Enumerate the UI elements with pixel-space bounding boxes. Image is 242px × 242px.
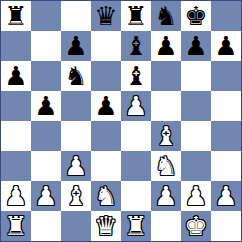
black-knight[interactable]: ♞ xyxy=(64,61,87,91)
square-h7[interactable]: ♟ xyxy=(211,31,241,61)
square-b6[interactable] xyxy=(31,61,61,91)
square-a8[interactable]: ♜ xyxy=(1,1,31,31)
square-a4[interactable] xyxy=(1,121,31,151)
square-d5[interactable]: ♟ xyxy=(91,91,121,121)
white-bishop[interactable]: ♝ xyxy=(154,121,177,151)
square-e3[interactable] xyxy=(121,151,151,181)
square-c1[interactable] xyxy=(61,211,91,241)
square-a3[interactable] xyxy=(1,151,31,181)
square-h8[interactable] xyxy=(211,1,241,31)
square-e5[interactable]: ♟ xyxy=(121,91,151,121)
white-rook[interactable]: ♜ xyxy=(4,211,27,241)
square-g8[interactable]: ♚ xyxy=(181,1,211,31)
square-c7[interactable]: ♟ xyxy=(61,31,91,61)
square-f8[interactable]: ♞ xyxy=(151,1,181,31)
square-d7[interactable] xyxy=(91,31,121,61)
square-b7[interactable] xyxy=(31,31,61,61)
white-pawn[interactable]: ♟ xyxy=(4,181,27,211)
black-king[interactable]: ♚ xyxy=(184,1,207,31)
square-b1[interactable] xyxy=(31,211,61,241)
white-bishop[interactable]: ♝ xyxy=(64,181,87,211)
square-e1[interactable]: ♜ xyxy=(121,211,151,241)
square-f5[interactable] xyxy=(151,91,181,121)
square-a5[interactable] xyxy=(1,91,31,121)
square-e8[interactable]: ♜ xyxy=(121,1,151,31)
black-pawn[interactable]: ♟ xyxy=(34,91,57,121)
white-knight[interactable]: ♞ xyxy=(94,181,117,211)
square-e2[interactable] xyxy=(121,181,151,211)
white-pawn[interactable]: ♟ xyxy=(154,181,177,211)
square-h6[interactable] xyxy=(211,61,241,91)
square-g3[interactable] xyxy=(181,151,211,181)
square-c6[interactable]: ♞ xyxy=(61,61,91,91)
square-d4[interactable] xyxy=(91,121,121,151)
white-pawn[interactable]: ♟ xyxy=(64,151,87,181)
chess-board: ♜♛♜♞♚♟♝♟♟♟♟♞♝♟♟♟♝♟♞♟♟♝♞♟♟♟♜♛♜♚ xyxy=(1,1,241,241)
white-pawn[interactable]: ♟ xyxy=(124,91,147,121)
square-g4[interactable] xyxy=(181,121,211,151)
square-e7[interactable]: ♝ xyxy=(121,31,151,61)
white-pawn[interactable]: ♟ xyxy=(184,181,207,211)
black-rook[interactable]: ♜ xyxy=(4,1,27,31)
square-f4[interactable]: ♝ xyxy=(151,121,181,151)
white-rook[interactable]: ♜ xyxy=(124,211,147,241)
square-c3[interactable]: ♟ xyxy=(61,151,91,181)
square-b8[interactable] xyxy=(31,1,61,31)
black-pawn[interactable]: ♟ xyxy=(94,91,117,121)
black-bishop[interactable]: ♝ xyxy=(124,61,147,91)
square-a1[interactable]: ♜ xyxy=(1,211,31,241)
square-d3[interactable] xyxy=(91,151,121,181)
square-f6[interactable] xyxy=(151,61,181,91)
black-queen[interactable]: ♛ xyxy=(94,1,117,31)
square-g7[interactable]: ♟ xyxy=(181,31,211,61)
white-queen[interactable]: ♛ xyxy=(94,211,117,241)
black-pawn[interactable]: ♟ xyxy=(214,31,237,61)
square-h1[interactable] xyxy=(211,211,241,241)
square-d6[interactable] xyxy=(91,61,121,91)
square-f1[interactable] xyxy=(151,211,181,241)
square-f3[interactable]: ♞ xyxy=(151,151,181,181)
square-c5[interactable] xyxy=(61,91,91,121)
square-d8[interactable]: ♛ xyxy=(91,1,121,31)
square-a6[interactable]: ♟ xyxy=(1,61,31,91)
square-f2[interactable]: ♟ xyxy=(151,181,181,211)
square-e4[interactable] xyxy=(121,121,151,151)
black-pawn[interactable]: ♟ xyxy=(154,31,177,61)
black-pawn[interactable]: ♟ xyxy=(4,61,27,91)
square-d1[interactable]: ♛ xyxy=(91,211,121,241)
square-f7[interactable]: ♟ xyxy=(151,31,181,61)
square-b2[interactable]: ♟ xyxy=(31,181,61,211)
square-g5[interactable] xyxy=(181,91,211,121)
square-a2[interactable]: ♟ xyxy=(1,181,31,211)
black-knight[interactable]: ♞ xyxy=(154,1,177,31)
square-a7[interactable] xyxy=(1,31,31,61)
square-g6[interactable] xyxy=(181,61,211,91)
square-g2[interactable]: ♟ xyxy=(181,181,211,211)
white-knight[interactable]: ♞ xyxy=(154,151,177,181)
board-frame: ♜♛♜♞♚♟♝♟♟♟♟♞♝♟♟♟♝♟♞♟♟♝♞♟♟♟♜♛♜♚ xyxy=(0,0,242,242)
square-c4[interactable] xyxy=(61,121,91,151)
square-e6[interactable]: ♝ xyxy=(121,61,151,91)
square-d2[interactable]: ♞ xyxy=(91,181,121,211)
square-c2[interactable]: ♝ xyxy=(61,181,91,211)
square-b3[interactable] xyxy=(31,151,61,181)
square-c8[interactable] xyxy=(61,1,91,31)
white-king[interactable]: ♚ xyxy=(184,211,207,241)
square-g1[interactable]: ♚ xyxy=(181,211,211,241)
square-h4[interactable] xyxy=(211,121,241,151)
square-h2[interactable]: ♟ xyxy=(211,181,241,211)
black-pawn[interactable]: ♟ xyxy=(64,31,87,61)
square-b5[interactable]: ♟ xyxy=(31,91,61,121)
white-pawn[interactable]: ♟ xyxy=(34,181,57,211)
black-pawn[interactable]: ♟ xyxy=(184,31,207,61)
square-h5[interactable] xyxy=(211,91,241,121)
square-b4[interactable] xyxy=(31,121,61,151)
black-bishop[interactable]: ♝ xyxy=(124,31,147,61)
black-rook[interactable]: ♜ xyxy=(124,1,147,31)
white-pawn[interactable]: ♟ xyxy=(214,181,237,211)
square-h3[interactable] xyxy=(211,151,241,181)
